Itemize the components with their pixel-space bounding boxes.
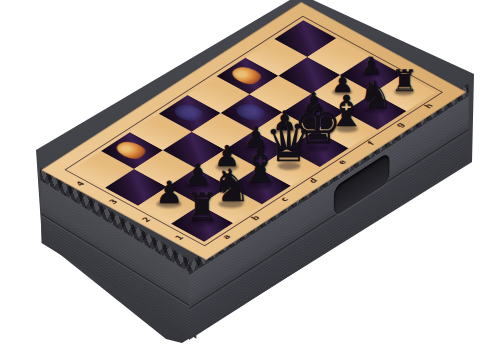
reflection-cartoon-figure <box>111 139 151 162</box>
rank-label-1: 1 <box>174 234 186 241</box>
file-label-h: h <box>423 103 435 110</box>
black-rook-h1: ♜ <box>391 66 418 96</box>
file-label-e: e <box>337 159 349 166</box>
rank-label-4: 4 <box>75 180 87 187</box>
rank-label-3: 3 <box>108 198 120 205</box>
file-label-d: d <box>308 177 320 184</box>
black-pawn-a2: ♟ <box>155 177 183 208</box>
file-label-b: b <box>250 215 262 222</box>
reflection-cartoon-figure <box>227 64 267 87</box>
file-label-f: f <box>366 141 376 147</box>
rank-label-2: 2 <box>141 216 153 223</box>
product-photo-canvas: abcdefgh 1234 ♜♞♝♛♚♝♞♜♟♟♟♟♟♟♟♟ <box>0 0 500 359</box>
file-label-a: a <box>221 233 233 240</box>
file-label-g: g <box>394 121 406 128</box>
file-label-c: c <box>279 196 290 203</box>
black-rook-a1: ♜ <box>185 188 219 226</box>
reflection-sheen <box>169 101 209 124</box>
